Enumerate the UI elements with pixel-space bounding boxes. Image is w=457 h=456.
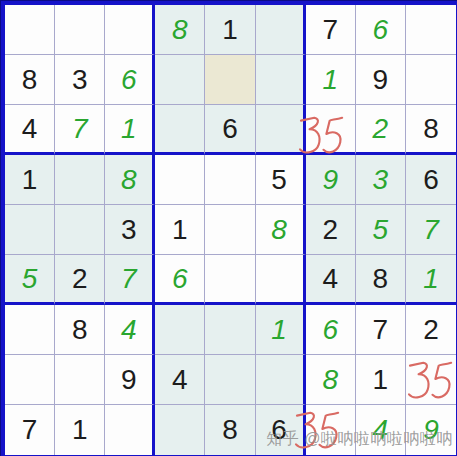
sudoku-grid: 8176836194716281859363182575276481841672… bbox=[5, 5, 456, 455]
cell-r2c1[interactable]: 8 bbox=[5, 55, 55, 105]
cell-r7c4[interactable] bbox=[155, 305, 205, 355]
cell-r6c6[interactable] bbox=[256, 255, 306, 305]
given-digit: 4 bbox=[22, 115, 38, 143]
cell-r7c3[interactable]: 4 bbox=[105, 305, 155, 355]
given-digit: 2 bbox=[322, 216, 338, 244]
given-digit: 9 bbox=[121, 366, 137, 394]
given-digit: 1 bbox=[72, 416, 88, 444]
cell-r1c9[interactable] bbox=[406, 5, 456, 55]
given-digit: 8 bbox=[373, 265, 389, 293]
cell-r1c2[interactable] bbox=[55, 5, 105, 55]
cell-r5c8[interactable]: 5 bbox=[356, 205, 406, 255]
cell-r3c8[interactable]: 2 bbox=[356, 105, 406, 155]
solved-digit: 8 bbox=[271, 216, 287, 244]
given-digit: 9 bbox=[373, 66, 389, 94]
solved-digit: 7 bbox=[423, 216, 439, 244]
cell-r2c4[interactable] bbox=[155, 55, 205, 105]
given-digit: 3 bbox=[121, 216, 137, 244]
sudoku-app: 8176836194716281859363182575276481841672… bbox=[0, 0, 457, 456]
cell-r5c1[interactable] bbox=[5, 205, 55, 255]
solved-digit: 8 bbox=[172, 16, 188, 44]
solved-digit: 5 bbox=[373, 216, 389, 244]
given-digit: 6 bbox=[271, 416, 287, 444]
cell-r1c3[interactable] bbox=[105, 5, 155, 55]
cell-r4c3[interactable]: 8 bbox=[105, 155, 155, 205]
cell-r7c6[interactable]: 1 bbox=[256, 305, 306, 355]
given-digit: 1 bbox=[373, 366, 389, 394]
cell-r4c5[interactable] bbox=[205, 155, 255, 205]
given-digit: 4 bbox=[172, 366, 188, 394]
cell-r9c9[interactable]: 9 bbox=[406, 405, 456, 455]
cell-r2c2[interactable]: 3 bbox=[55, 55, 105, 105]
cell-r3c6[interactable] bbox=[256, 105, 306, 155]
cell-r8c8[interactable]: 1 bbox=[356, 355, 406, 405]
cell-r7c2[interactable]: 8 bbox=[55, 305, 105, 355]
cell-r9c5[interactable]: 8 bbox=[205, 405, 255, 455]
cell-r7c9[interactable]: 2 bbox=[406, 305, 456, 355]
cell-r3c5[interactable]: 6 bbox=[205, 105, 255, 155]
given-digit: 7 bbox=[373, 316, 389, 344]
given-digit: 2 bbox=[72, 265, 88, 293]
cell-r8c1[interactable] bbox=[5, 355, 55, 405]
given-digit: 1 bbox=[22, 166, 38, 194]
solved-digit: 1 bbox=[423, 265, 439, 293]
cell-r7c8[interactable]: 7 bbox=[356, 305, 406, 355]
given-digit: 1 bbox=[172, 216, 188, 244]
cell-r7c1[interactable] bbox=[5, 305, 55, 355]
given-digit: 8 bbox=[72, 316, 88, 344]
cell-r6c4[interactable]: 6 bbox=[155, 255, 205, 305]
solved-digit: 8 bbox=[121, 166, 137, 194]
given-digit: 1 bbox=[222, 16, 238, 44]
cell-r5c5[interactable] bbox=[205, 205, 255, 255]
cell-r6c3[interactable]: 7 bbox=[105, 255, 155, 305]
cell-r3c4[interactable] bbox=[155, 105, 205, 155]
cell-r3c3[interactable]: 1 bbox=[105, 105, 155, 155]
cell-r9c4[interactable] bbox=[155, 405, 205, 455]
cell-r4c9[interactable]: 6 bbox=[406, 155, 456, 205]
cell-r9c3[interactable] bbox=[105, 405, 155, 455]
cell-r8c7[interactable]: 8 bbox=[306, 355, 356, 405]
solved-digit: 6 bbox=[373, 16, 389, 44]
given-digit: 8 bbox=[222, 416, 238, 444]
solved-digit: 3 bbox=[373, 166, 389, 194]
cell-r2c8[interactable]: 9 bbox=[356, 55, 406, 105]
cell-r2c7[interactable]: 1 bbox=[306, 55, 356, 105]
solved-digit: 5 bbox=[22, 265, 38, 293]
given-digit: 5 bbox=[271, 166, 287, 194]
cell-r6c2[interactable]: 2 bbox=[55, 255, 105, 305]
cell-r4c8[interactable]: 3 bbox=[356, 155, 406, 205]
cell-r8c2[interactable] bbox=[55, 355, 105, 405]
cell-r3c2[interactable]: 7 bbox=[55, 105, 105, 155]
solved-digit: 8 bbox=[322, 366, 338, 394]
solved-digit: 2 bbox=[373, 115, 389, 143]
cell-r9c2[interactable]: 1 bbox=[55, 405, 105, 455]
cell-r5c2[interactable] bbox=[55, 205, 105, 255]
cell-r5c6[interactable]: 8 bbox=[256, 205, 306, 255]
given-digit: 8 bbox=[423, 115, 439, 143]
cell-r8c5[interactable] bbox=[205, 355, 255, 405]
cell-r1c1[interactable] bbox=[5, 5, 55, 55]
cell-r2c5[interactable] bbox=[205, 55, 255, 105]
cell-r6c9[interactable]: 1 bbox=[406, 255, 456, 305]
cell-r9c7[interactable] bbox=[306, 405, 356, 455]
solved-digit: 1 bbox=[322, 66, 338, 94]
solved-digit: 6 bbox=[121, 66, 137, 94]
solved-digit: 9 bbox=[322, 166, 338, 194]
solved-digit: 1 bbox=[271, 316, 287, 344]
given-digit: 3 bbox=[72, 66, 88, 94]
cell-r3c9[interactable]: 8 bbox=[406, 105, 456, 155]
cell-r6c8[interactable]: 8 bbox=[356, 255, 406, 305]
solved-digit: 7 bbox=[72, 115, 88, 143]
cell-r5c3[interactable]: 3 bbox=[105, 205, 155, 255]
cell-r2c6[interactable] bbox=[256, 55, 306, 105]
cell-r4c1[interactable]: 1 bbox=[5, 155, 55, 205]
given-digit: 4 bbox=[322, 265, 338, 293]
cell-r1c7[interactable]: 7 bbox=[306, 5, 356, 55]
cell-r9c6[interactable]: 6 bbox=[256, 405, 306, 455]
cell-r7c5[interactable] bbox=[205, 305, 255, 355]
cell-r1c4[interactable]: 8 bbox=[155, 5, 205, 55]
cell-r6c1[interactable]: 5 bbox=[5, 255, 55, 305]
cell-r1c8[interactable]: 6 bbox=[356, 5, 406, 55]
sudoku-board: 8176836194716281859363182575276481841672… bbox=[1, 1, 457, 456]
cell-r5c4[interactable]: 1 bbox=[155, 205, 205, 255]
cell-r4c2[interactable] bbox=[55, 155, 105, 205]
given-digit: 6 bbox=[222, 115, 238, 143]
cell-r5c7[interactable]: 2 bbox=[306, 205, 356, 255]
cell-r1c6[interactable] bbox=[256, 5, 306, 55]
cell-r8c6[interactable] bbox=[256, 355, 306, 405]
cell-r2c3[interactable]: 6 bbox=[105, 55, 155, 105]
given-digit: 2 bbox=[423, 316, 439, 344]
cell-r6c5[interactable] bbox=[205, 255, 255, 305]
solved-digit: 4 bbox=[121, 316, 137, 344]
given-digit: 8 bbox=[22, 66, 38, 94]
solved-digit: 7 bbox=[121, 265, 137, 293]
cell-r8c3[interactable]: 9 bbox=[105, 355, 155, 405]
solved-digit: 1 bbox=[121, 115, 137, 143]
cell-r3c7[interactable] bbox=[306, 105, 356, 155]
cell-r4c7[interactable]: 9 bbox=[306, 155, 356, 205]
cell-r4c6[interactable]: 5 bbox=[256, 155, 306, 205]
cell-r4c4[interactable] bbox=[155, 155, 205, 205]
cell-r5c9[interactable]: 7 bbox=[406, 205, 456, 255]
solved-digit: 6 bbox=[172, 265, 188, 293]
cell-r9c8[interactable]: 4 bbox=[356, 405, 406, 455]
solved-digit: 9 bbox=[423, 416, 439, 444]
cell-r3c1[interactable]: 4 bbox=[5, 105, 55, 155]
cell-r7c7[interactable]: 6 bbox=[306, 305, 356, 355]
cell-r6c7[interactable]: 4 bbox=[306, 255, 356, 305]
cell-r8c4[interactable]: 4 bbox=[155, 355, 205, 405]
cell-r1c5[interactable]: 1 bbox=[205, 5, 255, 55]
given-digit: 7 bbox=[22, 416, 38, 444]
cell-r2c9[interactable] bbox=[406, 55, 456, 105]
solved-digit: 4 bbox=[373, 416, 389, 444]
solved-digit: 6 bbox=[322, 316, 338, 344]
cell-r8c9[interactable] bbox=[406, 355, 456, 405]
given-digit: 7 bbox=[322, 16, 338, 44]
cell-r9c1[interactable]: 7 bbox=[5, 405, 55, 455]
given-digit: 6 bbox=[423, 166, 439, 194]
